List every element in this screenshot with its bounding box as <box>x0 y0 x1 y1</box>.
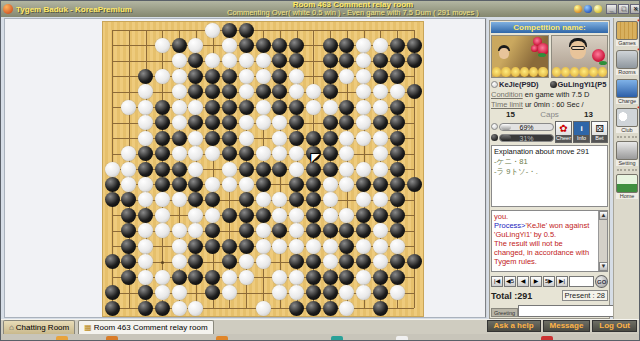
black-player-photo <box>551 35 609 78</box>
black-winrate-bar[interactable]: 31% <box>499 134 554 142</box>
white-stone <box>356 285 371 300</box>
white-winrate-value: 69% <box>519 124 533 131</box>
chat-text: 'KeJie' won against <box>525 221 589 230</box>
black-stone <box>306 177 321 192</box>
white-stone <box>155 270 170 285</box>
black-stone <box>323 115 338 130</box>
black-stone <box>390 100 405 115</box>
white-stone <box>356 100 371 115</box>
black-stone <box>306 192 321 207</box>
chat-text: 'GuLingYi1' by 0.5. <box>494 230 556 239</box>
white-stone <box>390 239 405 254</box>
white-stone <box>289 239 304 254</box>
black-stone <box>356 177 371 192</box>
white-player-label: KeJie(P9D) <box>499 80 539 89</box>
white-stone <box>172 239 187 254</box>
black-stone <box>138 146 153 161</box>
white-stone <box>239 131 254 146</box>
white-stone <box>373 146 388 161</box>
white-stone <box>256 223 271 238</box>
black-stone <box>105 301 120 316</box>
white-stone <box>256 192 271 207</box>
black-stone <box>121 208 136 223</box>
flower-decoration <box>570 67 579 77</box>
black-stone <box>272 53 287 68</box>
flower-decoration <box>552 67 561 77</box>
window-title: Tygem Baduk - KoreaPremium <box>16 5 132 14</box>
white-stone <box>222 38 237 53</box>
white-stone <box>272 270 287 285</box>
black-stone <box>239 192 254 207</box>
chat-scrollbar[interactable]: ▲ ▼ <box>598 211 607 271</box>
black-stone <box>188 239 203 254</box>
black-stone <box>356 208 371 223</box>
tab-room-463[interactable]: ▦ Room 463 Comment relay room <box>78 320 213 334</box>
home-icon: ⌂ <box>9 321 14 334</box>
flower-decoration <box>598 67 607 77</box>
black-stone <box>373 285 388 300</box>
black-stone <box>373 208 388 223</box>
captures-row: 15 Caps 13 <box>491 110 608 120</box>
white-stone <box>289 270 304 285</box>
competition-name-bar[interactable]: Competition name: <box>491 22 608 33</box>
minimize-button[interactable]: _ <box>606 4 617 14</box>
black-stone <box>222 23 237 38</box>
white-stone <box>239 69 254 84</box>
white-stone <box>256 301 271 316</box>
white-stone <box>172 84 187 99</box>
white-stone <box>172 192 187 207</box>
black-stone <box>390 192 405 207</box>
flower-decoration <box>589 67 598 77</box>
white-stone <box>256 146 271 161</box>
black-stone <box>272 162 287 177</box>
black-stone-icon <box>491 134 498 141</box>
black-stone <box>323 270 338 285</box>
black-stone <box>373 177 388 192</box>
scroll-up-icon[interactable]: ▲ <box>599 211 608 220</box>
time-limit-value: ur 0min : 60 Sec / <box>523 100 584 109</box>
close-button[interactable]: × <box>630 4 640 14</box>
white-stone <box>256 53 271 68</box>
setting-icon[interactable]: Setting <box>616 141 638 167</box>
black-stone <box>205 192 220 207</box>
black-stone <box>205 69 220 84</box>
white-stone <box>272 146 287 161</box>
taskbar-app-icon[interactable] <box>216 336 228 341</box>
log-out-button[interactable]: Log Out <box>592 320 637 332</box>
white-stone <box>306 239 321 254</box>
star-point <box>161 261 164 264</box>
black-stone <box>155 100 170 115</box>
charge-icon[interactable]: Charge <box>616 79 638 105</box>
white-stone <box>323 100 338 115</box>
black-stone <box>205 115 220 130</box>
white-stone <box>222 177 237 192</box>
white-stone <box>239 84 254 99</box>
white-stone <box>323 239 338 254</box>
white-stone <box>339 162 354 177</box>
black-stone <box>323 285 338 300</box>
white-stone <box>239 270 254 285</box>
black-stone <box>323 84 338 99</box>
black-stone <box>188 254 203 269</box>
white-stone-icon <box>491 81 498 88</box>
black-stone <box>306 254 321 269</box>
bulb-icon[interactable] <box>594 5 602 13</box>
black-stone <box>407 254 422 269</box>
goban[interactable]: ◤ <box>102 21 424 317</box>
nav--button[interactable]: ▶| <box>556 276 568 287</box>
black-stone <box>138 208 153 223</box>
white-stone <box>356 84 371 99</box>
icon-label: Home <box>616 193 638 199</box>
white-stone <box>222 270 237 285</box>
white-stone <box>289 69 304 84</box>
black-stone <box>323 146 338 161</box>
white-stone <box>172 53 187 68</box>
black-stone <box>390 131 405 146</box>
black-stone <box>289 254 304 269</box>
scroll-down-icon[interactable]: ▼ <box>599 262 608 271</box>
board-icon: ▦ <box>84 321 92 334</box>
white-stone <box>289 162 304 177</box>
white-stone <box>272 192 287 207</box>
black-stone <box>222 208 237 223</box>
chat-box[interactable]: you. Process>'KeJie' won against'GuLingY… <box>491 210 608 272</box>
nav--button[interactable]: ◀ <box>517 276 529 287</box>
white-player-name[interactable]: KeJie(P9D) <box>491 80 550 89</box>
cheer-info-bet-buttons: ✿CheeriInfo⚄Bet <box>555 121 608 143</box>
flower-decoration <box>511 67 520 77</box>
black-stone <box>172 270 187 285</box>
move-navigation: |◀◀5◀▶5▶▶| GO <box>491 275 608 288</box>
black-stone <box>272 84 287 99</box>
message-button[interactable]: Message <box>543 320 591 332</box>
button-label: Cheer <box>556 135 571 142</box>
chat-line: 'GuLingYi1' by 0.5. <box>494 230 597 239</box>
white-stone <box>339 285 354 300</box>
tab-label: Room 463 Comment relay room <box>94 321 208 334</box>
white-stone <box>272 208 287 223</box>
black-stone <box>306 223 321 238</box>
icon-graphic <box>616 50 638 69</box>
white-stone <box>121 100 136 115</box>
black-stone <box>239 146 254 161</box>
black-stone <box>339 254 354 269</box>
black-stone <box>306 208 321 223</box>
black-stone <box>239 223 254 238</box>
white-stone <box>155 38 170 53</box>
tab-label: Chatting Room <box>16 321 69 334</box>
white-stone <box>323 177 338 192</box>
black-player-name[interactable]: GuLingYi1(P5 <box>550 80 609 89</box>
bet-button[interactable]: ⚄Bet <box>591 121 608 143</box>
white-stone <box>205 23 220 38</box>
icon-graphic <box>616 108 638 127</box>
white-stone <box>172 115 187 130</box>
white-stone <box>256 115 271 130</box>
nav--button[interactable]: |◀ <box>491 276 503 287</box>
taskbar-app-icon[interactable] <box>56 336 68 341</box>
black-stone <box>373 301 388 316</box>
slider-knob[interactable] <box>501 135 511 141</box>
black-stone <box>256 38 271 53</box>
white-stone <box>356 192 371 207</box>
flower-decoration <box>501 67 510 77</box>
flower-row <box>552 67 608 77</box>
slider-knob[interactable] <box>501 124 511 130</box>
black-stone <box>121 270 136 285</box>
flower-decoration <box>529 67 538 77</box>
flower-decoration <box>538 67 547 77</box>
app-icon <box>3 4 13 14</box>
tab-chatting-room[interactable]: ⌂ Chatting Room <box>3 320 75 334</box>
black-stone <box>272 38 287 53</box>
black-stone <box>356 223 371 238</box>
black-stone <box>356 254 371 269</box>
black-stone <box>172 177 187 192</box>
black-stone <box>323 131 338 146</box>
white-stone <box>373 100 388 115</box>
white-stone <box>138 131 153 146</box>
black-stone <box>289 131 304 146</box>
flower-decoration <box>520 67 529 77</box>
total-moves: Total :291 <box>491 291 562 301</box>
white-stone <box>105 162 120 177</box>
nav-buttons: |◀◀5◀▶5▶▶| <box>491 276 568 287</box>
flower-decoration <box>561 67 570 77</box>
chat-text: changed, in accordance with <box>494 248 589 257</box>
black-stone <box>239 23 254 38</box>
black-stone <box>155 146 170 161</box>
black-stone <box>323 69 338 84</box>
black-stone <box>188 177 203 192</box>
icon-label: Setting <box>616 160 638 166</box>
black-stone <box>222 100 237 115</box>
title-tray-icons <box>574 5 602 13</box>
white-stone <box>205 53 220 68</box>
white-stone <box>289 208 304 223</box>
white-stone <box>373 84 388 99</box>
divider <box>617 169 637 171</box>
divider <box>617 136 637 138</box>
icon-label: Charge <box>616 98 638 104</box>
black-stone <box>239 239 254 254</box>
white-stone <box>289 285 304 300</box>
black-player-label: GuLingYi1(P5 <box>558 80 607 89</box>
condition-label: Condition <box>491 90 523 99</box>
go-button[interactable]: GO <box>595 275 608 288</box>
black-stone <box>289 115 304 130</box>
taskbar-app-icon[interactable] <box>331 336 343 341</box>
white-stone <box>172 285 187 300</box>
black-stone <box>155 177 170 192</box>
totals-row: Total :291 Present : 28 <box>491 289 608 302</box>
flower-decoration <box>492 67 501 77</box>
nav-5-button[interactable]: 5▶ <box>543 276 555 287</box>
black-stone <box>339 100 354 115</box>
white-stone <box>272 285 287 300</box>
nav-5-button[interactable]: ◀5 <box>504 276 516 287</box>
black-stone <box>306 131 321 146</box>
pencil-icon[interactable] <box>574 5 582 13</box>
black-stone <box>390 177 405 192</box>
white-stone <box>256 254 271 269</box>
games-icon[interactable]: Games * <box>616 21 638 47</box>
black-stone <box>390 223 405 238</box>
icon-label: Club <box>616 127 638 133</box>
button-label: Bet <box>592 135 607 142</box>
black-stone <box>121 254 136 269</box>
present-count: Present : 28 <box>562 290 608 301</box>
white-stone <box>188 38 203 53</box>
white-stone <box>155 223 170 238</box>
time-limit-label: Time limit <box>491 100 523 109</box>
ask-a-help-button[interactable]: Ask a help <box>487 320 541 332</box>
white-stone <box>188 208 203 223</box>
taskbar-sliver <box>1 334 640 341</box>
white-stone <box>121 177 136 192</box>
white-stone <box>272 239 287 254</box>
black-stone <box>256 177 271 192</box>
black-stone <box>256 162 271 177</box>
black-stone <box>188 270 203 285</box>
black-stone <box>105 285 120 300</box>
nav--button[interactable]: ▶ <box>530 276 542 287</box>
black-stone <box>390 162 405 177</box>
club-icon[interactable]: Club * <box>616 108 638 134</box>
black-stone <box>155 115 170 130</box>
black-stone <box>155 301 170 316</box>
chat-text: The result will not be <box>494 239 563 248</box>
white-stone <box>188 100 203 115</box>
white-winrate-bar[interactable]: 69% <box>499 123 554 131</box>
home-icon[interactable]: Home <box>616 174 638 200</box>
black-winrate-value: 31% <box>519 135 533 142</box>
chat-line: Process>'KeJie' won against <box>494 221 597 230</box>
black-stone <box>272 223 287 238</box>
white-stone <box>289 223 304 238</box>
white-stone <box>188 223 203 238</box>
black-stone <box>222 146 237 161</box>
black-stone <box>339 239 354 254</box>
black-stone <box>172 38 187 53</box>
cheer-button[interactable]: ✿Cheer <box>555 121 572 143</box>
white-stone <box>306 84 321 99</box>
white-stone <box>138 177 153 192</box>
white-stone <box>373 223 388 238</box>
white-stone <box>138 223 153 238</box>
white-stone <box>339 208 354 223</box>
black-stone <box>188 192 203 207</box>
black-stone <box>105 254 120 269</box>
black-stone <box>188 84 203 99</box>
white-stone <box>289 146 304 161</box>
white-stone <box>323 254 338 269</box>
black-stone <box>373 115 388 130</box>
white-stone <box>172 223 187 238</box>
greeting-row: Greeting <box>491 304 608 317</box>
black-stone <box>289 38 304 53</box>
white-captures: 15 <box>491 110 530 120</box>
player-names: KeJie(P9D) GuLingYi1(P5 <box>491 79 608 90</box>
black-stone <box>323 301 338 316</box>
move-number-input[interactable] <box>569 276 594 287</box>
white-stone <box>205 146 220 161</box>
black-stone <box>105 177 120 192</box>
taskbar-app-icon[interactable] <box>541 336 553 341</box>
condition-row: Condition en game with 7.5 D <box>491 90 608 100</box>
black-stone <box>205 239 220 254</box>
info-button[interactable]: iInfo <box>573 121 590 143</box>
white-stone <box>306 100 321 115</box>
explanation-line: -ラ 9トソ-・. <box>494 167 605 177</box>
white-stone <box>356 239 371 254</box>
icon-graphic <box>616 79 638 98</box>
app-window: Tygem Baduk - KoreaPremium Room 463 Comm… <box>0 0 640 341</box>
black-stone <box>339 223 354 238</box>
black-stone <box>138 285 153 300</box>
black-stone <box>407 38 422 53</box>
button-label: Info <box>574 135 589 142</box>
white-stone <box>188 301 203 316</box>
room-status: Commenting Over( white 0.5 win ) - Even … <box>227 8 479 17</box>
chat-text: you. <box>494 212 508 221</box>
white-stone <box>390 84 405 99</box>
explanation-lines: -ケニ・81-ラ 9トソ-・. <box>494 157 605 177</box>
winrate-area: 69% 31% ✿CheeriInfo⚄Bet <box>491 121 608 143</box>
black-stone <box>306 270 321 285</box>
white-stone <box>339 146 354 161</box>
black-stone <box>222 131 237 146</box>
white-stone <box>356 131 371 146</box>
black-stone <box>105 192 120 207</box>
black-stone <box>188 53 203 68</box>
white-stone <box>222 285 237 300</box>
globe-icon[interactable] <box>584 5 592 13</box>
white-stone <box>155 208 170 223</box>
black-stone <box>390 38 405 53</box>
black-stone <box>222 239 237 254</box>
icon-graphic <box>616 21 638 40</box>
white-player-photo <box>491 35 549 78</box>
chat-line: you. <box>494 212 597 221</box>
black-stone <box>239 162 254 177</box>
black-stone <box>172 162 187 177</box>
white-stone <box>373 162 388 177</box>
taskbar-app-icon[interactable] <box>396 336 408 341</box>
black-winrate-row: 31% <box>491 132 554 143</box>
white-stone <box>356 38 371 53</box>
white-stone <box>172 146 187 161</box>
rooms-icon[interactable]: Rooms * <box>616 50 638 76</box>
white-stone <box>373 254 388 269</box>
maximize-button[interactable]: □ <box>618 4 629 14</box>
white-stone <box>222 162 237 177</box>
taskbar-app-icon[interactable] <box>106 336 118 341</box>
black-stone <box>138 69 153 84</box>
icon-label: Rooms <box>616 69 638 75</box>
black-stone <box>390 146 405 161</box>
black-stone <box>222 69 237 84</box>
black-stone <box>289 53 304 68</box>
white-stone <box>373 239 388 254</box>
white-stone <box>239 53 254 68</box>
black-stone <box>323 223 338 238</box>
icon-graphic <box>616 174 638 193</box>
white-stone <box>121 146 136 161</box>
